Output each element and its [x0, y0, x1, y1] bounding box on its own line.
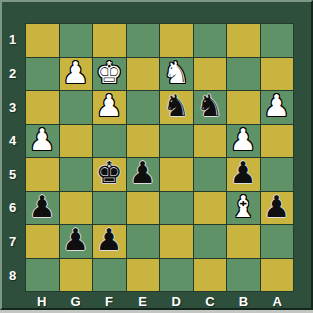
square-h3[interactable]	[26, 91, 59, 124]
square-b7[interactable]	[227, 225, 260, 258]
square-c8[interactable]	[194, 259, 227, 292]
white-pawn-icon[interactable]: ♟	[230, 125, 257, 155]
square-h1[interactable]	[26, 24, 59, 57]
file-label-d: D	[160, 292, 194, 310]
square-e1[interactable]	[127, 24, 160, 57]
square-c3[interactable]: ♞	[194, 91, 227, 124]
square-f1[interactable]	[93, 24, 126, 57]
rank-label-3: 3	[0, 90, 25, 124]
square-e6[interactable]	[127, 192, 160, 225]
square-a7[interactable]	[261, 225, 294, 258]
square-f3[interactable]: ♟	[93, 91, 126, 124]
black-pawn-icon[interactable]: ♟	[29, 192, 56, 222]
square-h2[interactable]	[26, 58, 59, 91]
square-h8[interactable]	[26, 259, 59, 292]
square-g8[interactable]	[60, 259, 93, 292]
square-e4[interactable]	[127, 125, 160, 158]
square-h7[interactable]	[26, 225, 59, 258]
black-pawn-icon[interactable]: ♟	[129, 158, 156, 188]
square-b1[interactable]	[227, 24, 260, 57]
black-king-icon[interactable]: ♚	[96, 158, 123, 188]
square-g5[interactable]	[60, 158, 93, 191]
rank-label-1: 1	[0, 23, 25, 57]
black-pawn-icon[interactable]: ♟	[62, 225, 89, 255]
square-b2[interactable]	[227, 58, 260, 91]
white-pawn-icon[interactable]: ♟	[62, 58, 89, 88]
square-g1[interactable]	[60, 24, 93, 57]
square-h6[interactable]: ♟	[26, 192, 59, 225]
black-pawn-icon[interactable]: ♟	[230, 158, 257, 188]
square-a8[interactable]	[261, 259, 294, 292]
square-d6[interactable]	[160, 192, 193, 225]
file-label-c: C	[193, 292, 227, 310]
square-f5[interactable]: ♚	[93, 158, 126, 191]
square-c1[interactable]	[194, 24, 227, 57]
square-a5[interactable]	[261, 158, 294, 191]
square-b4[interactable]: ♟	[227, 125, 260, 158]
square-d1[interactable]	[160, 24, 193, 57]
square-c4[interactable]	[194, 125, 227, 158]
square-g6[interactable]	[60, 192, 93, 225]
black-knight-icon[interactable]: ♞	[163, 91, 190, 121]
square-a3[interactable]: ♟	[261, 91, 294, 124]
square-d7[interactable]	[160, 225, 193, 258]
square-a2[interactable]	[261, 58, 294, 91]
square-g2[interactable]: ♟	[60, 58, 93, 91]
rank-label-8: 8	[0, 258, 25, 292]
white-knight-icon[interactable]: ♞	[163, 58, 190, 88]
white-pawn-icon[interactable]: ♟	[263, 91, 290, 121]
square-h4[interactable]: ♟	[26, 125, 59, 158]
square-c7[interactable]	[194, 225, 227, 258]
rank-label-5: 5	[0, 158, 25, 192]
white-king-icon[interactable]: ♚	[96, 58, 123, 88]
square-f7[interactable]: ♟	[93, 225, 126, 258]
square-e2[interactable]	[127, 58, 160, 91]
chessboard-window: 12345678 HGFEDCBA ♟♚♞♟♞♞♟♟♟♚♟♟♟♝♟♟♟	[0, 0, 313, 313]
square-f4[interactable]	[93, 125, 126, 158]
square-d5[interactable]	[160, 158, 193, 191]
square-e8[interactable]	[127, 259, 160, 292]
black-pawn-icon[interactable]: ♟	[96, 225, 123, 255]
black-knight-icon[interactable]: ♞	[196, 91, 223, 121]
square-f2[interactable]: ♚	[93, 58, 126, 91]
rank-labels: 12345678	[0, 23, 25, 292]
file-label-b: B	[227, 292, 261, 310]
square-d3[interactable]: ♞	[160, 91, 193, 124]
square-c2[interactable]	[194, 58, 227, 91]
square-g7[interactable]: ♟	[60, 225, 93, 258]
chess-board: ♟♚♞♟♞♞♟♟♟♚♟♟♟♝♟♟♟	[25, 23, 294, 292]
square-g3[interactable]	[60, 91, 93, 124]
file-label-e: E	[126, 292, 160, 310]
square-b5[interactable]: ♟	[227, 158, 260, 191]
black-pawn-icon[interactable]: ♟	[263, 192, 290, 222]
rank-label-7: 7	[0, 225, 25, 259]
square-a4[interactable]	[261, 125, 294, 158]
square-f6[interactable]	[93, 192, 126, 225]
square-b6[interactable]: ♝	[227, 192, 260, 225]
square-e7[interactable]	[127, 225, 160, 258]
square-g4[interactable]	[60, 125, 93, 158]
square-d4[interactable]	[160, 125, 193, 158]
square-d2[interactable]: ♞	[160, 58, 193, 91]
white-bishop-icon[interactable]: ♝	[230, 192, 257, 222]
file-label-a: A	[260, 292, 294, 310]
square-a6[interactable]: ♟	[261, 192, 294, 225]
square-c5[interactable]	[194, 158, 227, 191]
rank-label-6: 6	[0, 191, 25, 225]
rank-label-2: 2	[0, 57, 25, 91]
square-a1[interactable]	[261, 24, 294, 57]
file-label-h: H	[25, 292, 59, 310]
file-label-f: F	[92, 292, 126, 310]
square-c6[interactable]	[194, 192, 227, 225]
square-d8[interactable]	[160, 259, 193, 292]
file-label-g: G	[59, 292, 93, 310]
square-h5[interactable]	[26, 158, 59, 191]
square-e5[interactable]: ♟	[127, 158, 160, 191]
white-pawn-icon[interactable]: ♟	[96, 91, 123, 121]
rank-label-4: 4	[0, 124, 25, 158]
square-e3[interactable]	[127, 91, 160, 124]
square-b8[interactable]	[227, 259, 260, 292]
white-pawn-icon[interactable]: ♟	[29, 125, 56, 155]
square-f8[interactable]	[93, 259, 126, 292]
square-b3[interactable]	[227, 91, 260, 124]
file-labels: HGFEDCBA	[25, 292, 294, 310]
